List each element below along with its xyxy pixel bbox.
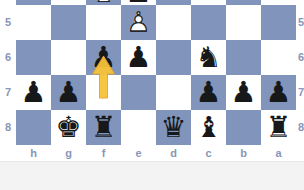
file-label-c: c [191, 147, 226, 159]
square-e8[interactable] [121, 110, 156, 145]
black-pawn: ♟ [51, 75, 86, 110]
square-a7[interactable]: ♟ [261, 75, 296, 110]
square-g8[interactable]: ♚ [51, 110, 86, 145]
rank-label-5-right: 5 [297, 16, 304, 28]
square-g7[interactable]: ♟ [51, 75, 86, 110]
square-f5[interactable] [86, 5, 121, 40]
square-g6[interactable] [51, 40, 86, 75]
rank-label-5-left: 5 [1, 16, 15, 28]
black-bishop: ♝ [191, 110, 226, 145]
square-h6[interactable] [16, 40, 51, 75]
page-footer-area [0, 161, 304, 190]
file-label-g: g [51, 147, 86, 159]
square-a6[interactable] [261, 40, 296, 75]
file-label-a: a [261, 147, 296, 159]
square-b8[interactable] [226, 110, 261, 145]
black-rook: ♜ [86, 110, 121, 145]
square-e6[interactable]: ♟ [121, 40, 156, 75]
file-label-f: f [86, 147, 121, 159]
rank-label-6-right: 6 [297, 51, 304, 63]
rank-label-7-left: 7 [1, 86, 15, 98]
black-pawn: ♟ [226, 75, 261, 110]
black-knight: ♞ [191, 40, 226, 75]
square-h8[interactable] [16, 110, 51, 145]
file-label-d: d [156, 147, 191, 159]
square-a5[interactable] [261, 5, 296, 40]
square-e7[interactable] [121, 75, 156, 110]
file-label-h: h [16, 147, 51, 159]
black-pawn: ♟ [261, 75, 296, 110]
chess-board-panel: ♝♗♟♟♙♟♟♞♟♟♟♟♟♚♜♛♝♜ 5 6 7 8 5 6 7 8 h g f… [0, 0, 304, 190]
square-h5[interactable] [16, 5, 51, 40]
square-c7[interactable]: ♟ [191, 75, 226, 110]
square-c5[interactable] [191, 5, 226, 40]
square-c8[interactable]: ♝ [191, 110, 226, 145]
white-pawn: ♟♙ [121, 5, 156, 40]
rank-label-8-left: 8 [1, 121, 15, 133]
black-pawn: ♟ [121, 40, 156, 75]
square-b5[interactable] [226, 5, 261, 40]
square-b6[interactable] [226, 40, 261, 75]
chess-board[interactable]: ♝♗♟♟♙♟♟♞♟♟♟♟♟♚♜♛♝♜ [16, 0, 296, 145]
black-rook: ♜ [261, 110, 296, 145]
black-pawn: ♟ [16, 75, 51, 110]
square-e5[interactable]: ♟♙ [121, 5, 156, 40]
square-g5[interactable] [51, 5, 86, 40]
black-king: ♚ [51, 110, 86, 145]
black-pawn: ♟ [86, 40, 121, 75]
square-b7[interactable]: ♟ [226, 75, 261, 110]
square-f8[interactable]: ♜ [86, 110, 121, 145]
square-h7[interactable]: ♟ [16, 75, 51, 110]
square-d7[interactable] [156, 75, 191, 110]
square-a8[interactable]: ♜ [261, 110, 296, 145]
square-d8[interactable]: ♛ [156, 110, 191, 145]
rank-label-7-right: 7 [297, 86, 304, 98]
file-label-e: e [121, 147, 156, 159]
black-queen: ♛ [156, 110, 191, 145]
rank-label-6-left: 6 [1, 51, 15, 63]
rank-label-8-right: 8 [297, 121, 304, 133]
black-pawn: ♟ [191, 75, 226, 110]
square-c6[interactable]: ♞ [191, 40, 226, 75]
square-f6[interactable]: ♟ [86, 40, 121, 75]
file-label-b: b [226, 147, 261, 159]
square-f7[interactable] [86, 75, 121, 110]
square-d6[interactable] [156, 40, 191, 75]
square-d5[interactable] [156, 5, 191, 40]
